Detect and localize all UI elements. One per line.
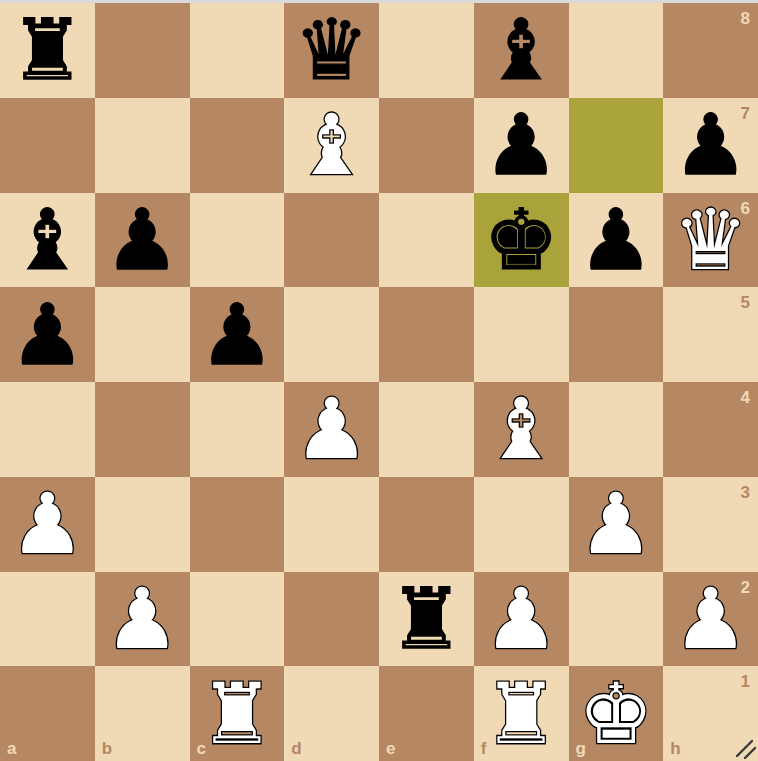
square-f3[interactable] [474, 477, 569, 572]
square-a4[interactable] [0, 382, 95, 477]
piece-black-bishop[interactable]: ♝ [10, 198, 85, 282]
rank-label-5: 5 [741, 294, 750, 311]
square-a3[interactable]: ♟ [0, 477, 95, 572]
piece-white-pawn[interactable]: ♟ [10, 482, 85, 566]
square-f1[interactable]: ♜f [474, 666, 569, 761]
square-d8[interactable]: ♛ [284, 3, 379, 98]
piece-black-queen[interactable]: ♛ [294, 8, 369, 92]
piece-white-rook[interactable]: ♜ [199, 672, 274, 756]
square-c2[interactable] [190, 572, 285, 667]
square-c8[interactable] [190, 3, 285, 98]
square-f8[interactable]: ♝ [474, 3, 569, 98]
rank-label-8: 8 [741, 10, 750, 27]
square-f2[interactable]: ♟ [474, 572, 569, 667]
square-e6[interactable] [379, 193, 474, 288]
square-f6[interactable]: ♚ [474, 193, 569, 288]
square-d7[interactable]: ♝ [284, 98, 379, 193]
rank-label-1: 1 [741, 673, 750, 690]
square-f4[interactable]: ♝ [474, 382, 569, 477]
piece-black-bishop[interactable]: ♝ [483, 8, 558, 92]
square-b8[interactable] [95, 3, 190, 98]
square-a7[interactable] [0, 98, 95, 193]
square-c5[interactable]: ♟ [190, 287, 285, 382]
piece-white-pawn[interactable]: ♟ [294, 387, 369, 471]
square-d6[interactable] [284, 193, 379, 288]
piece-white-bishop[interactable]: ♝ [294, 103, 369, 187]
piece-black-pawn[interactable]: ♟ [104, 198, 179, 282]
square-d3[interactable] [284, 477, 379, 572]
square-e7[interactable] [379, 98, 474, 193]
square-b1[interactable]: b [95, 666, 190, 761]
square-e3[interactable] [379, 477, 474, 572]
piece-white-rook[interactable]: ♜ [483, 672, 558, 756]
piece-white-bishop[interactable]: ♝ [483, 387, 558, 471]
piece-black-pawn[interactable]: ♟ [673, 103, 748, 187]
file-label-h: h [670, 740, 680, 757]
chess-board: ♜♛♝8♝♟♟7♝♟♚♟♛6♟♟5♟♝4♟♟3♟♜♟♟2ab♜cde♜f♚g1h [0, 3, 758, 761]
file-label-b: b [102, 740, 112, 757]
square-b3[interactable] [95, 477, 190, 572]
square-e1[interactable]: e [379, 666, 474, 761]
square-c1[interactable]: ♜c [190, 666, 285, 761]
piece-white-pawn[interactable]: ♟ [673, 577, 748, 661]
square-c3[interactable] [190, 477, 285, 572]
square-b6[interactable]: ♟ [95, 193, 190, 288]
square-f7[interactable]: ♟ [474, 98, 569, 193]
square-e8[interactable] [379, 3, 474, 98]
square-g3[interactable]: ♟ [569, 477, 664, 572]
square-b4[interactable] [95, 382, 190, 477]
square-a6[interactable]: ♝ [0, 193, 95, 288]
square-e4[interactable] [379, 382, 474, 477]
resize-handle-icon[interactable] [733, 736, 757, 760]
piece-white-king[interactable]: ♚ [578, 672, 653, 756]
square-h8[interactable]: 8 [663, 3, 758, 98]
rank-label-3: 3 [741, 484, 750, 501]
square-g7[interactable] [569, 98, 664, 193]
square-h3[interactable]: 3 [663, 477, 758, 572]
square-a1[interactable]: a [0, 666, 95, 761]
square-f5[interactable] [474, 287, 569, 382]
file-label-e: e [386, 740, 395, 757]
square-c4[interactable] [190, 382, 285, 477]
square-g8[interactable] [569, 3, 664, 98]
rank-label-4: 4 [741, 389, 750, 406]
square-h2[interactable]: ♟2 [663, 572, 758, 667]
piece-black-pawn[interactable]: ♟ [10, 293, 85, 377]
piece-black-king[interactable]: ♚ [483, 198, 558, 282]
piece-black-rook[interactable]: ♜ [10, 8, 85, 92]
piece-black-pawn[interactable]: ♟ [483, 103, 558, 187]
piece-black-rook[interactable]: ♜ [389, 577, 464, 661]
square-b2[interactable]: ♟ [95, 572, 190, 667]
square-d1[interactable]: d [284, 666, 379, 761]
piece-white-pawn[interactable]: ♟ [483, 577, 558, 661]
square-e5[interactable] [379, 287, 474, 382]
square-d4[interactable]: ♟ [284, 382, 379, 477]
square-b5[interactable] [95, 287, 190, 382]
file-label-d: d [291, 740, 301, 757]
square-h7[interactable]: ♟7 [663, 98, 758, 193]
square-e2[interactable]: ♜ [379, 572, 474, 667]
square-h5[interactable]: 5 [663, 287, 758, 382]
piece-white-pawn[interactable]: ♟ [104, 577, 179, 661]
square-a5[interactable]: ♟ [0, 287, 95, 382]
square-g1[interactable]: ♚g [569, 666, 664, 761]
piece-white-pawn[interactable]: ♟ [578, 482, 653, 566]
square-d2[interactable] [284, 572, 379, 667]
square-d5[interactable] [284, 287, 379, 382]
piece-black-pawn[interactable]: ♟ [199, 293, 274, 377]
square-a2[interactable] [0, 572, 95, 667]
square-b7[interactable] [95, 98, 190, 193]
square-h4[interactable]: 4 [663, 382, 758, 477]
piece-white-queen[interactable]: ♛ [673, 198, 748, 282]
square-g6[interactable]: ♟ [569, 193, 664, 288]
piece-black-pawn[interactable]: ♟ [578, 198, 653, 282]
square-c7[interactable] [190, 98, 285, 193]
square-h6[interactable]: ♛6 [663, 193, 758, 288]
square-g5[interactable] [569, 287, 664, 382]
square-g4[interactable] [569, 382, 664, 477]
square-g2[interactable] [569, 572, 664, 667]
file-label-a: a [7, 740, 16, 757]
square-c6[interactable] [190, 193, 285, 288]
square-a8[interactable]: ♜ [0, 3, 95, 98]
